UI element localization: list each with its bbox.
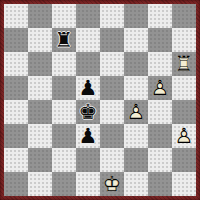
- square-e2[interactable]: [100, 148, 124, 172]
- white-pawn[interactable]: ♟♙: [124, 100, 148, 124]
- square-a8[interactable]: [4, 4, 28, 28]
- square-c7[interactable]: ♜: [52, 28, 76, 52]
- square-d4[interactable]: ♚: [76, 100, 100, 124]
- square-f7[interactable]: [124, 28, 148, 52]
- square-h6[interactable]: ♜♖: [172, 52, 196, 76]
- square-g8[interactable]: [148, 4, 172, 28]
- square-b6[interactable]: [28, 52, 52, 76]
- square-d5[interactable]: ♟: [76, 76, 100, 100]
- square-e8[interactable]: [100, 4, 124, 28]
- square-a6[interactable]: [4, 52, 28, 76]
- square-e4[interactable]: [100, 100, 124, 124]
- square-d6[interactable]: [76, 52, 100, 76]
- square-h1[interactable]: [172, 172, 196, 196]
- square-c8[interactable]: [52, 4, 76, 28]
- square-c2[interactable]: [52, 148, 76, 172]
- square-d1[interactable]: [76, 172, 100, 196]
- square-g2[interactable]: [148, 148, 172, 172]
- piece-glyph: ♟: [76, 124, 100, 148]
- square-d2[interactable]: [76, 148, 100, 172]
- square-a7[interactable]: [4, 28, 28, 52]
- square-h7[interactable]: [172, 28, 196, 52]
- square-e3[interactable]: [100, 124, 124, 148]
- square-g7[interactable]: [148, 28, 172, 52]
- square-f2[interactable]: [124, 148, 148, 172]
- square-d8[interactable]: [76, 4, 100, 28]
- black-king[interactable]: ♚: [76, 100, 100, 124]
- square-d7[interactable]: [76, 28, 100, 52]
- square-f3[interactable]: [124, 124, 148, 148]
- square-g1[interactable]: [148, 172, 172, 196]
- white-pawn[interactable]: ♟♙: [148, 76, 172, 100]
- piece-glyph: ♟: [76, 76, 100, 100]
- square-b1[interactable]: [28, 172, 52, 196]
- black-pawn[interactable]: ♟: [76, 124, 100, 148]
- square-f8[interactable]: [124, 4, 148, 28]
- piece-glyph: ♜: [52, 28, 76, 52]
- square-f4[interactable]: ♟♙: [124, 100, 148, 124]
- square-g6[interactable]: [148, 52, 172, 76]
- square-d3[interactable]: ♟: [76, 124, 100, 148]
- square-a1[interactable]: [4, 172, 28, 196]
- square-e1[interactable]: ♚♔: [100, 172, 124, 196]
- black-pawn[interactable]: ♟: [76, 76, 100, 100]
- square-b2[interactable]: [28, 148, 52, 172]
- square-g4[interactable]: [148, 100, 172, 124]
- square-b8[interactable]: [28, 4, 52, 28]
- square-c5[interactable]: [52, 76, 76, 100]
- white-king[interactable]: ♚♔: [100, 172, 124, 196]
- square-h3[interactable]: ♟♙: [172, 124, 196, 148]
- square-e5[interactable]: [100, 76, 124, 100]
- square-b3[interactable]: [28, 124, 52, 148]
- square-b4[interactable]: [28, 100, 52, 124]
- piece-outline-glyph: ♙: [124, 100, 148, 124]
- square-a4[interactable]: [4, 100, 28, 124]
- square-c3[interactable]: [52, 124, 76, 148]
- square-a2[interactable]: [4, 148, 28, 172]
- square-a5[interactable]: [4, 76, 28, 100]
- square-e7[interactable]: [100, 28, 124, 52]
- piece-outline-glyph: ♙: [172, 124, 196, 148]
- piece-glyph: ♚: [76, 100, 100, 124]
- piece-outline-glyph: ♔: [100, 172, 124, 196]
- square-e6[interactable]: [100, 52, 124, 76]
- square-f5[interactable]: [124, 76, 148, 100]
- square-g3[interactable]: [148, 124, 172, 148]
- white-pawn[interactable]: ♟♙: [172, 124, 196, 148]
- board-frame: ♜♜♖♟♟♙♚♟♙♟♟♙♚♔: [0, 0, 200, 200]
- square-b5[interactable]: [28, 76, 52, 100]
- piece-outline-glyph: ♙: [148, 76, 172, 100]
- square-f1[interactable]: [124, 172, 148, 196]
- black-rook[interactable]: ♜: [52, 28, 76, 52]
- square-c6[interactable]: [52, 52, 76, 76]
- square-a3[interactable]: [4, 124, 28, 148]
- square-b7[interactable]: [28, 28, 52, 52]
- square-c1[interactable]: [52, 172, 76, 196]
- white-rook[interactable]: ♜♖: [172, 52, 196, 76]
- chess-board: ♜♜♖♟♟♙♚♟♙♟♟♙♚♔: [4, 4, 196, 196]
- square-h8[interactable]: [172, 4, 196, 28]
- square-h2[interactable]: [172, 148, 196, 172]
- square-h5[interactable]: [172, 76, 196, 100]
- piece-outline-glyph: ♖: [172, 52, 196, 76]
- square-f6[interactable]: [124, 52, 148, 76]
- square-c4[interactable]: [52, 100, 76, 124]
- square-g5[interactable]: ♟♙: [148, 76, 172, 100]
- square-h4[interactable]: [172, 100, 196, 124]
